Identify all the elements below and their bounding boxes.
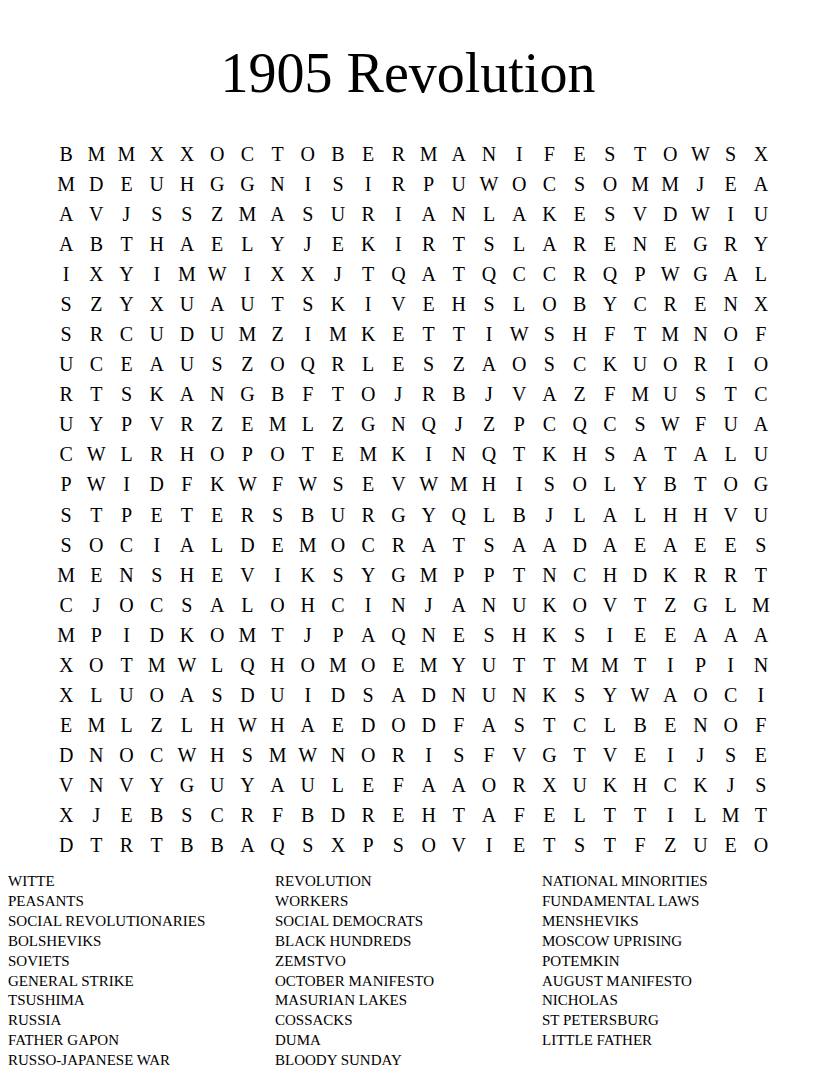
grid-cell[interactable]: N (685, 710, 715, 740)
grid-cell[interactable]: S (172, 800, 202, 830)
grid-cell[interactable]: F (172, 469, 202, 499)
grid-cell[interactable]: C (81, 349, 111, 379)
grid-cell[interactable]: U (474, 650, 504, 680)
grid-cell[interactable]: N (444, 439, 474, 469)
grid-cell[interactable]: I (474, 830, 504, 860)
grid-cell[interactable]: H (262, 710, 292, 740)
grid-cell[interactable]: M (323, 650, 353, 680)
grid-cell[interactable]: W (685, 139, 715, 169)
grid-cell[interactable]: E (202, 560, 232, 590)
grid-cell[interactable]: L (716, 590, 746, 620)
grid-cell[interactable]: E (685, 289, 715, 319)
grid-cell[interactable]: R (414, 379, 444, 409)
grid-cell[interactable]: Q (383, 620, 413, 650)
grid-cell[interactable]: V (504, 740, 534, 770)
grid-cell[interactable]: I (383, 229, 413, 259)
grid-cell[interactable]: X (746, 139, 776, 169)
grid-cell[interactable]: S (474, 229, 504, 259)
grid-cell[interactable]: C (111, 319, 141, 349)
grid-cell[interactable]: Z (262, 319, 292, 349)
grid-cell[interactable]: E (383, 349, 413, 379)
grid-cell[interactable]: H (625, 770, 655, 800)
grid-cell[interactable]: G (172, 770, 202, 800)
grid-cell[interactable]: Q (474, 259, 504, 289)
grid-cell[interactable]: W (685, 199, 715, 229)
grid-cell[interactable]: D (51, 830, 81, 860)
grid-cell[interactable]: E (685, 530, 715, 560)
grid-cell[interactable]: E (534, 800, 564, 830)
grid-cell[interactable]: T (444, 800, 474, 830)
grid-cell[interactable]: K (353, 229, 383, 259)
grid-cell[interactable]: B (142, 800, 172, 830)
grid-cell[interactable]: C (142, 590, 172, 620)
grid-cell[interactable]: B (293, 499, 323, 529)
grid-cell[interactable]: A (685, 439, 715, 469)
grid-cell[interactable]: R (685, 560, 715, 590)
grid-cell[interactable]: S (202, 349, 232, 379)
grid-cell[interactable]: T (81, 379, 111, 409)
grid-cell[interactable]: C (534, 409, 564, 439)
grid-cell[interactable]: I (232, 259, 262, 289)
grid-cell[interactable]: Q (262, 830, 292, 860)
grid-cell[interactable]: L (685, 800, 715, 830)
grid-cell[interactable]: M (51, 169, 81, 199)
grid-cell[interactable]: E (202, 229, 232, 259)
grid-cell[interactable]: O (262, 590, 292, 620)
grid-cell[interactable]: M (232, 620, 262, 650)
grid-cell[interactable]: A (172, 530, 202, 560)
grid-cell[interactable]: P (504, 409, 534, 439)
grid-cell[interactable]: D (353, 710, 383, 740)
grid-cell[interactable]: E (716, 530, 746, 560)
grid-cell[interactable]: K (534, 680, 564, 710)
grid-cell[interactable]: N (81, 740, 111, 770)
grid-cell[interactable]: P (625, 259, 655, 289)
grid-cell[interactable]: M (414, 650, 444, 680)
grid-cell[interactable]: Q (414, 409, 444, 439)
grid-cell[interactable]: T (534, 830, 564, 860)
grid-cell[interactable]: X (142, 289, 172, 319)
grid-cell[interactable]: S (474, 530, 504, 560)
grid-cell[interactable]: D (81, 169, 111, 199)
grid-cell[interactable]: Y (414, 499, 444, 529)
grid-cell[interactable]: A (595, 530, 625, 560)
grid-cell[interactable]: T (655, 439, 685, 469)
grid-cell[interactable]: E (353, 139, 383, 169)
grid-cell[interactable]: T (444, 259, 474, 289)
grid-cell[interactable]: J (716, 770, 746, 800)
grid-cell[interactable]: V (111, 770, 141, 800)
grid-cell[interactable]: L (111, 439, 141, 469)
grid-cell[interactable]: Y (262, 229, 292, 259)
grid-cell[interactable]: Q (565, 409, 595, 439)
grid-cell[interactable]: N (444, 199, 474, 229)
grid-cell[interactable]: K (534, 439, 564, 469)
grid-cell[interactable]: E (716, 169, 746, 199)
grid-cell[interactable]: D (565, 530, 595, 560)
grid-cell[interactable]: U (323, 499, 353, 529)
grid-cell[interactable]: I (353, 590, 383, 620)
grid-cell[interactable]: V (625, 199, 655, 229)
grid-cell[interactable]: S (716, 740, 746, 770)
grid-cell[interactable]: K (353, 319, 383, 349)
grid-cell[interactable]: A (685, 620, 715, 650)
grid-cell[interactable]: B (323, 139, 353, 169)
grid-cell[interactable]: Y (444, 650, 474, 680)
grid-cell[interactable]: A (444, 770, 474, 800)
grid-cell[interactable]: D (323, 800, 353, 830)
grid-cell[interactable]: S (323, 169, 353, 199)
grid-cell[interactable]: S (565, 830, 595, 860)
grid-cell[interactable]: L (232, 229, 262, 259)
grid-cell[interactable]: H (474, 469, 504, 499)
grid-cell[interactable]: F (262, 800, 292, 830)
grid-cell[interactable]: R (142, 439, 172, 469)
grid-cell[interactable]: E (81, 560, 111, 590)
grid-cell[interactable]: W (81, 469, 111, 499)
grid-cell[interactable]: L (746, 259, 776, 289)
grid-cell[interactable]: V (444, 830, 474, 860)
grid-cell[interactable]: U (444, 169, 474, 199)
grid-cell[interactable]: V (142, 409, 172, 439)
grid-cell[interactable]: M (625, 169, 655, 199)
grid-cell[interactable]: Z (655, 590, 685, 620)
grid-cell[interactable]: E (111, 800, 141, 830)
grid-cell[interactable]: J (111, 199, 141, 229)
grid-cell[interactable]: H (172, 169, 202, 199)
grid-cell[interactable]: T (142, 830, 172, 860)
grid-cell[interactable]: T (81, 499, 111, 529)
grid-cell[interactable]: I (51, 259, 81, 289)
grid-cell[interactable]: M (746, 590, 776, 620)
grid-cell[interactable]: Q (595, 259, 625, 289)
grid-cell[interactable]: I (504, 469, 534, 499)
grid-cell[interactable]: N (474, 139, 504, 169)
grid-cell[interactable]: I (716, 199, 746, 229)
grid-cell[interactable]: A (142, 349, 172, 379)
grid-cell[interactable]: U (716, 409, 746, 439)
grid-cell[interactable]: U (232, 289, 262, 319)
grid-cell[interactable]: H (202, 710, 232, 740)
grid-cell[interactable]: I (353, 169, 383, 199)
grid-cell[interactable]: B (565, 289, 595, 319)
grid-cell[interactable]: R (383, 169, 413, 199)
grid-cell[interactable]: A (625, 439, 655, 469)
grid-cell[interactable]: O (565, 469, 595, 499)
grid-cell[interactable]: P (685, 650, 715, 680)
grid-cell[interactable]: Z (202, 199, 232, 229)
grid-cell[interactable]: I (655, 800, 685, 830)
grid-cell[interactable]: P (111, 409, 141, 439)
grid-cell[interactable]: T (746, 560, 776, 590)
grid-cell[interactable]: U (323, 199, 353, 229)
grid-cell[interactable]: U (51, 349, 81, 379)
grid-cell[interactable]: A (474, 710, 504, 740)
grid-cell[interactable]: Q (293, 349, 323, 379)
grid-cell[interactable]: L (565, 800, 595, 830)
grid-cell[interactable]: V (51, 770, 81, 800)
grid-cell[interactable]: Y (81, 409, 111, 439)
grid-cell[interactable]: O (81, 650, 111, 680)
grid-cell[interactable]: M (172, 259, 202, 289)
grid-cell[interactable]: X (142, 139, 172, 169)
grid-cell[interactable]: T (414, 319, 444, 349)
grid-cell[interactable]: E (323, 439, 353, 469)
grid-cell[interactable]: J (474, 379, 504, 409)
grid-cell[interactable]: Y (353, 560, 383, 590)
grid-cell[interactable]: T (625, 139, 655, 169)
grid-cell[interactable]: B (625, 710, 655, 740)
grid-cell[interactable]: I (414, 740, 444, 770)
grid-cell[interactable]: R (383, 530, 413, 560)
grid-cell[interactable]: A (444, 139, 474, 169)
grid-cell[interactable]: M (655, 169, 685, 199)
grid-cell[interactable]: O (323, 530, 353, 560)
grid-cell[interactable]: T (262, 620, 292, 650)
grid-cell[interactable]: J (293, 620, 323, 650)
grid-cell[interactable]: T (323, 379, 353, 409)
grid-cell[interactable]: H (504, 620, 534, 650)
grid-cell[interactable]: M (51, 620, 81, 650)
grid-cell[interactable]: L (504, 289, 534, 319)
grid-cell[interactable]: E (262, 530, 292, 560)
grid-cell[interactable]: A (262, 770, 292, 800)
grid-cell[interactable]: F (595, 319, 625, 349)
grid-cell[interactable]: N (625, 229, 655, 259)
grid-cell[interactable]: K (595, 349, 625, 379)
grid-cell[interactable]: D (232, 680, 262, 710)
grid-cell[interactable]: S (51, 319, 81, 349)
grid-cell[interactable]: O (565, 590, 595, 620)
grid-cell[interactable]: E (565, 139, 595, 169)
grid-cell[interactable]: A (262, 199, 292, 229)
grid-cell[interactable]: S (142, 199, 172, 229)
grid-cell[interactable]: S (474, 289, 504, 319)
grid-cell[interactable]: K (534, 620, 564, 650)
grid-cell[interactable]: W (172, 650, 202, 680)
grid-cell[interactable]: H (172, 560, 202, 590)
grid-cell[interactable]: F (595, 379, 625, 409)
grid-cell[interactable]: T (172, 499, 202, 529)
grid-cell[interactable]: T (746, 800, 776, 830)
grid-cell[interactable]: A (414, 770, 444, 800)
grid-cell[interactable]: S (232, 740, 262, 770)
grid-cell[interactable]: S (565, 169, 595, 199)
grid-cell[interactable]: A (716, 620, 746, 650)
grid-cell[interactable]: A (534, 530, 564, 560)
grid-cell[interactable]: V (595, 590, 625, 620)
grid-cell[interactable]: D (232, 530, 262, 560)
grid-cell[interactable]: X (51, 800, 81, 830)
grid-cell[interactable]: Y (746, 229, 776, 259)
grid-cell[interactable]: S (293, 289, 323, 319)
grid-cell[interactable]: I (293, 169, 323, 199)
grid-cell[interactable]: F (383, 770, 413, 800)
grid-cell[interactable]: E (414, 289, 444, 319)
grid-cell[interactable]: Z (232, 349, 262, 379)
grid-cell[interactable]: M (111, 139, 141, 169)
grid-cell[interactable]: S (323, 560, 353, 590)
grid-cell[interactable]: L (202, 650, 232, 680)
grid-cell[interactable]: C (565, 560, 595, 590)
grid-cell[interactable]: A (172, 680, 202, 710)
grid-cell[interactable]: L (565, 499, 595, 529)
grid-cell[interactable]: R (716, 229, 746, 259)
grid-cell[interactable]: O (111, 740, 141, 770)
grid-cell[interactable]: V (81, 199, 111, 229)
grid-cell[interactable]: R (323, 349, 353, 379)
grid-cell[interactable]: Z (444, 349, 474, 379)
grid-cell[interactable]: S (444, 740, 474, 770)
grid-cell[interactable]: E (595, 229, 625, 259)
grid-cell[interactable]: C (595, 409, 625, 439)
grid-cell[interactable]: K (202, 469, 232, 499)
grid-cell[interactable]: E (353, 770, 383, 800)
grid-cell[interactable]: K (172, 620, 202, 650)
grid-cell[interactable]: G (685, 229, 715, 259)
grid-cell[interactable]: L (172, 710, 202, 740)
grid-cell[interactable]: H (444, 289, 474, 319)
grid-cell[interactable]: T (444, 530, 474, 560)
grid-cell[interactable]: E (655, 229, 685, 259)
grid-cell[interactable]: N (262, 169, 292, 199)
grid-cell[interactable]: P (474, 560, 504, 590)
grid-cell[interactable]: I (262, 560, 292, 590)
grid-cell[interactable]: F (746, 319, 776, 349)
grid-cell[interactable]: E (625, 620, 655, 650)
grid-cell[interactable]: O (746, 349, 776, 379)
grid-cell[interactable]: M (293, 530, 323, 560)
grid-cell[interactable]: T (595, 800, 625, 830)
grid-cell[interactable]: L (716, 439, 746, 469)
grid-cell[interactable]: R (685, 349, 715, 379)
grid-cell[interactable]: O (202, 620, 232, 650)
grid-cell[interactable]: L (232, 590, 262, 620)
grid-cell[interactable]: E (353, 469, 383, 499)
grid-cell[interactable]: S (746, 770, 776, 800)
grid-cell[interactable]: O (655, 139, 685, 169)
grid-cell[interactable]: S (172, 199, 202, 229)
grid-cell[interactable]: A (172, 229, 202, 259)
grid-cell[interactable]: M (595, 650, 625, 680)
grid-cell[interactable]: N (746, 650, 776, 680)
grid-cell[interactable]: Z (142, 710, 172, 740)
grid-cell[interactable]: A (353, 620, 383, 650)
grid-cell[interactable]: V (595, 740, 625, 770)
grid-cell[interactable]: S (595, 139, 625, 169)
grid-cell[interactable]: C (323, 590, 353, 620)
grid-cell[interactable]: G (383, 499, 413, 529)
grid-cell[interactable]: O (202, 439, 232, 469)
grid-cell[interactable]: C (746, 379, 776, 409)
grid-cell[interactable]: P (444, 560, 474, 590)
grid-cell[interactable]: K (595, 770, 625, 800)
grid-cell[interactable]: H (142, 229, 172, 259)
grid-cell[interactable]: O (655, 349, 685, 379)
grid-cell[interactable]: D (625, 560, 655, 590)
grid-cell[interactable]: T (504, 439, 534, 469)
grid-cell[interactable]: T (625, 650, 655, 680)
grid-cell[interactable]: L (625, 499, 655, 529)
grid-cell[interactable]: M (565, 650, 595, 680)
grid-cell[interactable]: M (323, 319, 353, 349)
grid-cell[interactable]: T (444, 229, 474, 259)
grid-cell[interactable]: S (565, 680, 595, 710)
grid-cell[interactable]: I (655, 740, 685, 770)
grid-cell[interactable]: O (293, 650, 323, 680)
grid-cell[interactable]: M (232, 199, 262, 229)
grid-cell[interactable]: O (504, 349, 534, 379)
grid-cell[interactable]: D (142, 620, 172, 650)
grid-cell[interactable]: U (746, 499, 776, 529)
grid-cell[interactable]: U (504, 590, 534, 620)
grid-cell[interactable]: P (414, 169, 444, 199)
grid-cell[interactable]: I (142, 530, 172, 560)
grid-cell[interactable]: N (383, 590, 413, 620)
grid-cell[interactable]: L (504, 229, 534, 259)
grid-cell[interactable]: U (51, 409, 81, 439)
grid-cell[interactable]: B (81, 229, 111, 259)
grid-cell[interactable]: C (625, 289, 655, 319)
grid-cell[interactable]: T (625, 319, 655, 349)
grid-cell[interactable]: O (685, 680, 715, 710)
grid-cell[interactable]: K (685, 770, 715, 800)
grid-cell[interactable]: T (444, 319, 474, 349)
grid-cell[interactable]: A (202, 289, 232, 319)
grid-cell[interactable]: R (565, 229, 595, 259)
grid-cell[interactable]: C (655, 770, 685, 800)
grid-cell[interactable]: M (262, 740, 292, 770)
grid-cell[interactable]: U (474, 680, 504, 710)
grid-cell[interactable]: O (262, 349, 292, 379)
grid-cell[interactable]: Q (232, 650, 262, 680)
grid-cell[interactable]: W (293, 740, 323, 770)
grid-cell[interactable]: C (51, 439, 81, 469)
grid-cell[interactable]: O (353, 379, 383, 409)
grid-cell[interactable]: I (353, 289, 383, 319)
grid-cell[interactable]: D (655, 199, 685, 229)
grid-cell[interactable]: T (534, 650, 564, 680)
grid-cell[interactable]: X (323, 830, 353, 860)
grid-cell[interactable]: I (111, 469, 141, 499)
grid-cell[interactable]: E (655, 710, 685, 740)
grid-cell[interactable]: B (172, 830, 202, 860)
grid-cell[interactable]: T (625, 590, 655, 620)
grid-cell[interactable]: O (262, 439, 292, 469)
grid-cell[interactable]: U (746, 439, 776, 469)
grid-cell[interactable]: Z (81, 289, 111, 319)
grid-cell[interactable]: U (746, 199, 776, 229)
grid-cell[interactable]: U (142, 319, 172, 349)
grid-cell[interactable]: L (595, 710, 625, 740)
grid-cell[interactable]: M (81, 139, 111, 169)
grid-cell[interactable]: C (353, 530, 383, 560)
grid-cell[interactable]: Q (444, 499, 474, 529)
grid-cell[interactable]: M (655, 319, 685, 349)
grid-cell[interactable]: C (534, 169, 564, 199)
grid-cell[interactable]: L (81, 680, 111, 710)
grid-cell[interactable]: N (414, 620, 444, 650)
grid-cell[interactable]: D (51, 740, 81, 770)
grid-cell[interactable]: V (383, 469, 413, 499)
grid-cell[interactable]: O (142, 680, 172, 710)
grid-cell[interactable]: G (202, 169, 232, 199)
grid-cell[interactable]: S (716, 139, 746, 169)
grid-cell[interactable]: F (625, 830, 655, 860)
grid-cell[interactable]: H (595, 560, 625, 590)
grid-cell[interactable]: E (323, 229, 353, 259)
grid-cell[interactable]: A (746, 620, 776, 650)
